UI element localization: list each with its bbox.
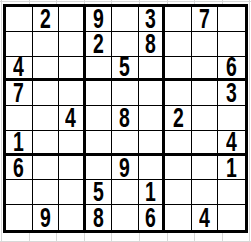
cell-r7c7[interactable]: [165, 156, 192, 181]
cell-digit: 4: [226, 131, 237, 156]
cell-r1c4[interactable]: 9: [86, 7, 113, 32]
cell-r8c3[interactable]: [59, 180, 86, 205]
cell-r5c9[interactable]: [218, 106, 245, 131]
cell-r9c4[interactable]: 8: [86, 205, 113, 230]
cell-r9c6[interactable]: 6: [139, 205, 166, 230]
cell-r2c8[interactable]: [192, 32, 219, 57]
cell-r1c8[interactable]: 7: [192, 7, 219, 32]
cell-r5c3[interactable]: 4: [59, 106, 86, 131]
cell-r5c6[interactable]: [139, 106, 166, 131]
cell-r2c4[interactable]: 2: [86, 32, 113, 57]
cell-digit: 7: [199, 7, 210, 32]
cell-r7c4[interactable]: [86, 156, 113, 181]
cell-r6c1[interactable]: 1: [6, 131, 33, 156]
cell-r2c9[interactable]: [218, 32, 245, 57]
cell-r6c6[interactable]: [139, 131, 166, 156]
cell-r5c7[interactable]: 2: [165, 106, 192, 131]
cell-r2c7[interactable]: [165, 32, 192, 57]
cell-r6c2[interactable]: [33, 131, 60, 156]
cell-digit: 7: [13, 81, 24, 106]
cell-r6c3[interactable]: [59, 131, 86, 156]
cell-r9c5[interactable]: [112, 205, 139, 230]
cell-r4c4[interactable]: [86, 81, 113, 106]
cell-r1c7[interactable]: [165, 7, 192, 32]
cell-digit: 3: [226, 81, 237, 106]
cell-digit: 4: [65, 106, 76, 131]
cell-digit: 6: [145, 205, 156, 230]
cell-r7c5[interactable]: 9: [112, 156, 139, 181]
cell-r6c7[interactable]: [165, 131, 192, 156]
cell-r3c8[interactable]: [192, 57, 219, 82]
cell-r4c7[interactable]: [165, 81, 192, 106]
cell-r8c7[interactable]: [165, 180, 192, 205]
cell-r2c1[interactable]: [6, 32, 33, 57]
cell-r3c9[interactable]: 6: [218, 57, 245, 82]
cell-r9c8[interactable]: 4: [192, 205, 219, 230]
cell-digit: 6: [13, 156, 24, 181]
cell-digit: 9: [120, 156, 131, 181]
cell-r4c6[interactable]: [139, 81, 166, 106]
cell-r1c2[interactable]: 2: [33, 7, 60, 32]
cell-digit: 9: [93, 7, 104, 32]
cell-digit: 8: [93, 205, 104, 230]
cell-r4c3[interactable]: [59, 81, 86, 106]
cell-r9c7[interactable]: [165, 205, 192, 230]
cell-r9c2[interactable]: 9: [33, 205, 60, 230]
cell-r4c1[interactable]: 7: [6, 81, 33, 106]
cell-digit: 8: [120, 106, 131, 131]
cell-r5c4[interactable]: [86, 106, 113, 131]
cell-r7c1[interactable]: 6: [6, 156, 33, 181]
cell-digit: 4: [13, 57, 24, 82]
cell-r8c6[interactable]: 1: [139, 180, 166, 205]
cell-r8c9[interactable]: [218, 180, 245, 205]
cell-digit: 9: [40, 205, 51, 230]
cell-r2c3[interactable]: [59, 32, 86, 57]
cell-digit: 3: [145, 7, 156, 32]
cell-digit: 1: [145, 180, 156, 205]
cell-r7c2[interactable]: [33, 156, 60, 181]
cell-r3c5[interactable]: 5: [112, 57, 139, 82]
cell-r9c1[interactable]: [6, 205, 33, 230]
cell-r1c9[interactable]: [218, 7, 245, 32]
cell-r1c3[interactable]: [59, 7, 86, 32]
cell-r7c3[interactable]: [59, 156, 86, 181]
cell-digit: 1: [226, 156, 237, 181]
cell-r5c2[interactable]: [33, 106, 60, 131]
cell-r1c5[interactable]: [112, 7, 139, 32]
cell-r6c8[interactable]: [192, 131, 219, 156]
cell-r7c6[interactable]: [139, 156, 166, 181]
cell-r3c2[interactable]: [33, 57, 60, 82]
sudoku-board: 2937284567348214691519864: [3, 4, 248, 233]
cell-r8c1[interactable]: [6, 180, 33, 205]
cell-r3c1[interactable]: 4: [6, 57, 33, 82]
cell-r6c5[interactable]: [112, 131, 139, 156]
cell-r2c6[interactable]: 8: [139, 32, 166, 57]
cell-r2c2[interactable]: [33, 32, 60, 57]
cell-r6c9[interactable]: 4: [218, 131, 245, 156]
cell-r5c5[interactable]: 8: [112, 106, 139, 131]
cell-r9c3[interactable]: [59, 205, 86, 230]
cell-r8c2[interactable]: [33, 180, 60, 205]
cell-r4c9[interactable]: 3: [218, 81, 245, 106]
cell-r4c5[interactable]: [112, 81, 139, 106]
cell-r8c4[interactable]: 5: [86, 180, 113, 205]
cell-digit: 8: [145, 32, 156, 57]
cell-digit: 2: [93, 32, 104, 57]
cell-digit: 1: [13, 131, 24, 156]
cell-digit: 2: [173, 106, 184, 131]
cell-r5c8[interactable]: [192, 106, 219, 131]
cell-r8c8[interactable]: [192, 180, 219, 205]
cell-r6c4[interactable]: [86, 131, 113, 156]
cell-r9c9[interactable]: [218, 205, 245, 230]
cell-r3c7[interactable]: [165, 57, 192, 82]
cell-digit: 4: [199, 205, 210, 230]
cell-digit: 6: [226, 57, 237, 82]
cell-r1c1[interactable]: [6, 7, 33, 32]
cell-r7c9[interactable]: 1: [218, 156, 245, 181]
cell-r4c2[interactable]: [33, 81, 60, 106]
cell-r4c8[interactable]: [192, 81, 219, 106]
cell-digit: 2: [40, 7, 51, 32]
cell-r1c6[interactable]: 3: [139, 7, 166, 32]
cell-r7c8[interactable]: [192, 156, 219, 181]
cell-r2c5[interactable]: [112, 32, 139, 57]
cell-r5c1[interactable]: [6, 106, 33, 131]
cell-digit: 5: [120, 57, 131, 82]
cell-r3c3[interactable]: [59, 57, 86, 82]
cell-digit: 5: [93, 180, 104, 205]
cell-r3c6[interactable]: [139, 57, 166, 82]
cell-r3c4[interactable]: [86, 57, 113, 82]
cell-r8c5[interactable]: [112, 180, 139, 205]
